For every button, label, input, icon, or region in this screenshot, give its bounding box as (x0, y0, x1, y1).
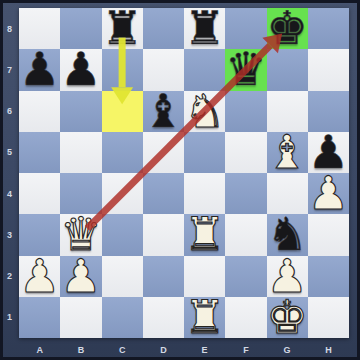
square-b1[interactable] (60, 297, 101, 338)
square-a6[interactable] (19, 91, 60, 132)
square-d8[interactable] (143, 8, 184, 49)
file-label-a: A (19, 340, 60, 355)
black-rook-icon[interactable]: ♜ (102, 8, 143, 49)
square-d4[interactable] (143, 173, 184, 214)
square-a1[interactable] (19, 297, 60, 338)
rank-label-3: 3 (7, 230, 12, 240)
square-g7[interactable] (267, 49, 308, 90)
square-h8[interactable] (308, 8, 349, 49)
square-d6[interactable]: ♝ (143, 91, 184, 132)
white-rook-icon[interactable]: ♜ (184, 214, 225, 255)
square-h2[interactable] (308, 256, 349, 297)
square-d2[interactable] (143, 256, 184, 297)
file-label-d: D (143, 340, 184, 355)
black-king-icon[interactable]: ♚ (267, 8, 308, 49)
white-knight-icon[interactable]: ♞ (184, 91, 225, 132)
square-f5[interactable] (225, 132, 266, 173)
rank-label-6: 6 (7, 106, 12, 116)
square-c7[interactable] (102, 49, 143, 90)
square-d5[interactable] (143, 132, 184, 173)
square-b2[interactable]: ♟ (60, 256, 101, 297)
square-h4[interactable]: ♟ (308, 173, 349, 214)
square-c5[interactable] (102, 132, 143, 173)
file-label-h: H (308, 340, 349, 355)
black-rook-icon[interactable]: ♜ (184, 8, 225, 49)
square-a4[interactable] (19, 173, 60, 214)
square-b6[interactable] (60, 91, 101, 132)
file-label-b: B (60, 340, 101, 355)
rank-label-2: 2 (7, 271, 12, 281)
black-queen-icon[interactable]: ♛ (225, 49, 266, 90)
square-g8[interactable]: ♚ (267, 8, 308, 49)
white-bishop-icon[interactable]: ♝ (267, 132, 308, 173)
square-a7[interactable]: ♟ (19, 49, 60, 90)
rank-label-1: 1 (7, 312, 12, 322)
rank-label-5: 5 (7, 147, 12, 157)
square-e6[interactable]: ♞ (184, 91, 225, 132)
square-d1[interactable] (143, 297, 184, 338)
square-f7[interactable]: ♛ (225, 49, 266, 90)
square-f3[interactable] (225, 214, 266, 255)
rank-label-4: 4 (7, 189, 12, 199)
square-c3[interactable] (102, 214, 143, 255)
square-b7[interactable]: ♟ (60, 49, 101, 90)
rank-label-7: 7 (7, 65, 12, 75)
square-f1[interactable] (225, 297, 266, 338)
square-g1[interactable]: ♚ (267, 297, 308, 338)
square-h3[interactable] (308, 214, 349, 255)
white-pawn-icon[interactable]: ♟ (308, 173, 349, 214)
square-c8[interactable]: ♜ (102, 8, 143, 49)
chess-board[interactable]: ♜♜♚♟♟♛♝♞♝♟♟♛♜♞♟♟♟♜♚ (19, 8, 349, 338)
rank-labels: 87654321 (0, 8, 19, 338)
square-f6[interactable] (225, 91, 266, 132)
square-c4[interactable] (102, 173, 143, 214)
square-a2[interactable]: ♟ (19, 256, 60, 297)
square-c2[interactable] (102, 256, 143, 297)
square-c6[interactable] (102, 91, 143, 132)
square-e5[interactable] (184, 132, 225, 173)
square-f4[interactable] (225, 173, 266, 214)
white-pawn-icon[interactable]: ♟ (19, 256, 60, 297)
file-label-c: C (102, 340, 143, 355)
square-e3[interactable]: ♜ (184, 214, 225, 255)
square-h1[interactable] (308, 297, 349, 338)
square-b5[interactable] (60, 132, 101, 173)
square-h7[interactable] (308, 49, 349, 90)
square-e1[interactable]: ♜ (184, 297, 225, 338)
white-rook-icon[interactable]: ♜ (184, 297, 225, 338)
white-king-icon[interactable]: ♚ (267, 297, 308, 338)
square-f2[interactable] (225, 256, 266, 297)
file-label-f: F (225, 340, 266, 355)
square-e8[interactable]: ♜ (184, 8, 225, 49)
white-pawn-icon[interactable]: ♟ (60, 256, 101, 297)
square-c1[interactable] (102, 297, 143, 338)
square-d3[interactable] (143, 214, 184, 255)
square-g5[interactable]: ♝ (267, 132, 308, 173)
black-bishop-icon[interactable]: ♝ (143, 91, 184, 132)
black-pawn-icon[interactable]: ♟ (60, 49, 101, 90)
rank-label-8: 8 (7, 24, 12, 34)
black-pawn-icon[interactable]: ♟ (19, 49, 60, 90)
board-frame: 87654321 ABCDEFGH ♜♜♚♟♟♛♝♞♝♟♟♛♜♞♟♟♟♜♚ (0, 0, 360, 360)
square-a5[interactable] (19, 132, 60, 173)
